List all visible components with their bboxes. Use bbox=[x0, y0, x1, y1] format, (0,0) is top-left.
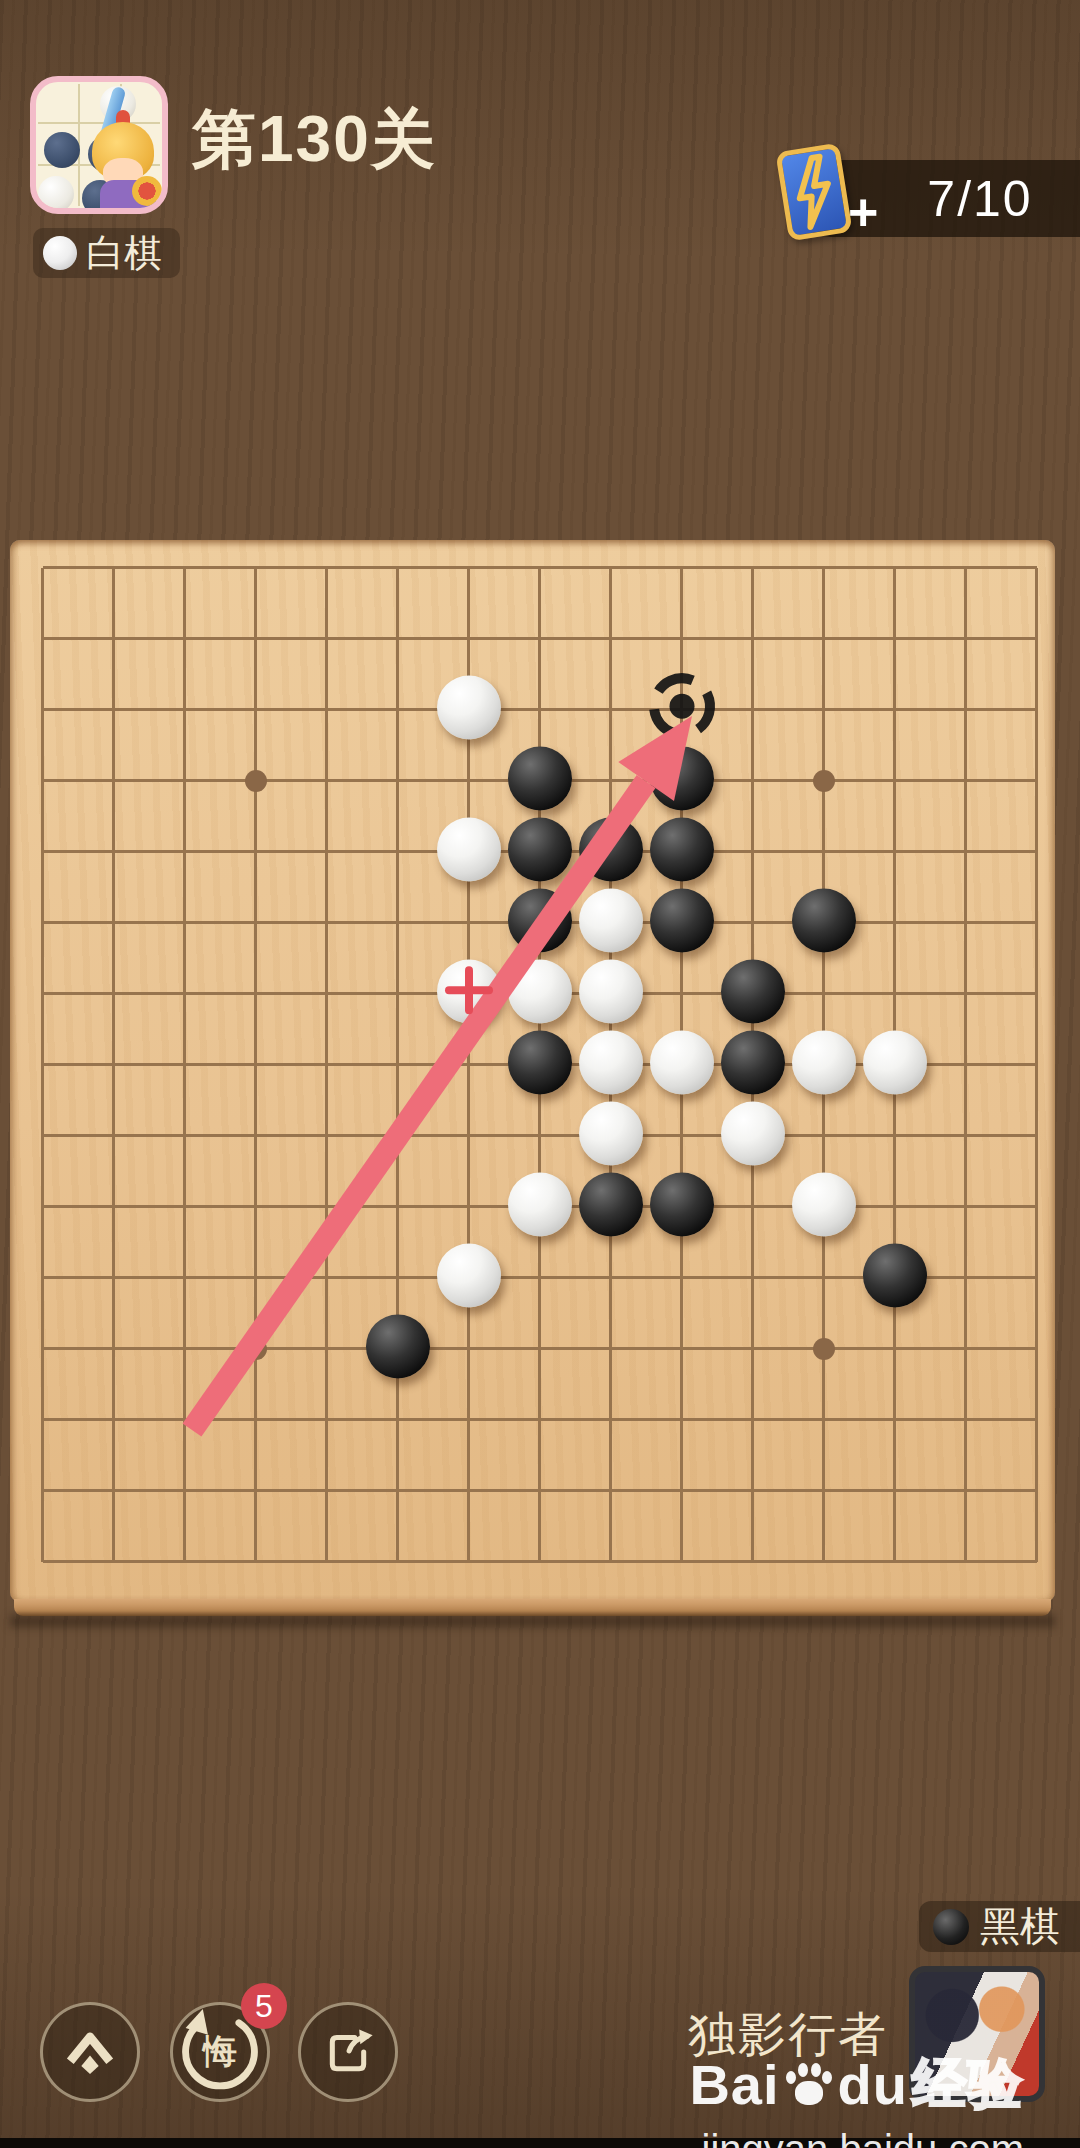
board-intersection[interactable] bbox=[220, 674, 291, 745]
board-intersection[interactable] bbox=[930, 1313, 1001, 1384]
star-point bbox=[813, 1338, 835, 1360]
board-intersection[interactable] bbox=[362, 1384, 433, 1455]
board-intersection[interactable] bbox=[575, 1171, 646, 1242]
board-intersection[interactable] bbox=[788, 958, 859, 1029]
board-intersection[interactable] bbox=[504, 1313, 575, 1384]
board-intersection[interactable] bbox=[362, 1455, 433, 1526]
board-intersection[interactable] bbox=[149, 1313, 220, 1384]
board-intersection[interactable] bbox=[220, 1242, 291, 1313]
board-intersection[interactable] bbox=[78, 1455, 149, 1526]
board-intersection[interactable] bbox=[646, 674, 717, 745]
board-intersection[interactable] bbox=[859, 958, 930, 1029]
board-intersection[interactable] bbox=[10, 1526, 78, 1597]
white-stone bbox=[579, 1030, 643, 1094]
board-intersection[interactable] bbox=[10, 1384, 78, 1455]
board-intersection[interactable] bbox=[788, 1313, 859, 1384]
board-intersection[interactable] bbox=[930, 603, 1001, 674]
board-intersection[interactable] bbox=[1001, 958, 1055, 1029]
board-intersection[interactable] bbox=[220, 887, 291, 958]
board-intersection[interactable] bbox=[362, 887, 433, 958]
energy-card-icon bbox=[775, 143, 852, 242]
board-intersection[interactable] bbox=[10, 887, 78, 958]
board-intersection[interactable] bbox=[575, 1526, 646, 1597]
board-intersection[interactable] bbox=[717, 887, 788, 958]
white-stone bbox=[508, 959, 572, 1023]
white-stone bbox=[792, 1172, 856, 1236]
board-intersection[interactable] bbox=[149, 1455, 220, 1526]
board-intersection[interactable] bbox=[646, 958, 717, 1029]
watermark-brand: Bai du 经验 bbox=[689, 2048, 1024, 2121]
board-intersection[interactable] bbox=[220, 540, 291, 603]
board-intersection[interactable] bbox=[646, 816, 717, 887]
board-intersection[interactable] bbox=[859, 816, 930, 887]
board-intersection[interactable] bbox=[362, 1313, 433, 1384]
white-stone bbox=[721, 1101, 785, 1165]
board-intersection[interactable] bbox=[788, 1455, 859, 1526]
board-intersection[interactable] bbox=[433, 1171, 504, 1242]
board-intersection[interactable] bbox=[220, 1384, 291, 1455]
board-intersection[interactable] bbox=[930, 816, 1001, 887]
black-stone bbox=[508, 888, 572, 952]
board-intersection[interactable] bbox=[1001, 674, 1055, 745]
board-intersection[interactable] bbox=[504, 887, 575, 958]
board-intersection[interactable] bbox=[859, 745, 930, 816]
black-stone bbox=[508, 817, 572, 881]
board-intersection[interactable] bbox=[149, 1029, 220, 1100]
board-intersection[interactable] bbox=[10, 540, 78, 603]
board-intersection[interactable] bbox=[10, 1242, 78, 1313]
board-intersection[interactable] bbox=[930, 958, 1001, 1029]
board-intersection[interactable] bbox=[717, 816, 788, 887]
board-intersection[interactable] bbox=[859, 603, 930, 674]
board-intersection[interactable] bbox=[717, 540, 788, 603]
board-intersection[interactable] bbox=[433, 1313, 504, 1384]
board-intersection[interactable] bbox=[859, 1029, 930, 1100]
white-stone bbox=[863, 1030, 927, 1094]
board-shadow bbox=[10, 1615, 1055, 1627]
white-stone bbox=[579, 1101, 643, 1165]
board-intersection[interactable] bbox=[291, 540, 362, 603]
board-intersection[interactable] bbox=[575, 603, 646, 674]
board-intersection[interactable] bbox=[717, 674, 788, 745]
board-intersection[interactable] bbox=[859, 674, 930, 745]
board-intersection[interactable] bbox=[10, 1455, 78, 1526]
board-intersection[interactable] bbox=[433, 540, 504, 603]
watermark: Bai du 经验 jingyan.baidu.com bbox=[689, 2048, 1024, 2148]
board-intersection[interactable] bbox=[575, 1384, 646, 1455]
logo-white-stone bbox=[42, 212, 78, 214]
board-intersection[interactable] bbox=[291, 1526, 362, 1597]
board-intersection[interactable] bbox=[930, 1100, 1001, 1171]
white-stone bbox=[579, 888, 643, 952]
board-intersection[interactable] bbox=[504, 1526, 575, 1597]
player-side-badge: 白棋 bbox=[33, 228, 180, 278]
board-intersection[interactable] bbox=[717, 958, 788, 1029]
board-intersection[interactable] bbox=[1001, 1455, 1055, 1526]
board-intersection[interactable] bbox=[10, 958, 78, 1029]
board-intersection[interactable] bbox=[859, 1384, 930, 1455]
board-intersection[interactable] bbox=[149, 745, 220, 816]
board-intersection[interactable] bbox=[1001, 603, 1055, 674]
white-stone bbox=[579, 959, 643, 1023]
star-point bbox=[245, 770, 267, 792]
board-intersection[interactable] bbox=[362, 745, 433, 816]
board-intersection[interactable] bbox=[575, 1313, 646, 1384]
white-stone bbox=[792, 1030, 856, 1094]
white-stone bbox=[437, 817, 501, 881]
board-intersection[interactable] bbox=[149, 674, 220, 745]
white-stone bbox=[508, 1172, 572, 1236]
board-intersection[interactable] bbox=[717, 1171, 788, 1242]
board-intersection[interactable] bbox=[433, 958, 504, 1029]
board-intersection[interactable] bbox=[78, 1242, 149, 1313]
app-logo bbox=[30, 76, 168, 214]
board-intersection[interactable] bbox=[149, 1100, 220, 1171]
black-stone bbox=[579, 1172, 643, 1236]
white-stone-icon bbox=[43, 236, 77, 270]
board-intersection[interactable] bbox=[788, 1100, 859, 1171]
board-intersection[interactable] bbox=[930, 1455, 1001, 1526]
board-intersection[interactable] bbox=[504, 540, 575, 603]
board-intersection[interactable] bbox=[788, 674, 859, 745]
board-intersection[interactable] bbox=[291, 887, 362, 958]
board-intersection[interactable] bbox=[504, 1455, 575, 1526]
board-intersection[interactable] bbox=[220, 1313, 291, 1384]
board-intersection[interactable] bbox=[930, 1242, 1001, 1313]
board-intersection[interactable] bbox=[433, 1526, 504, 1597]
board-intersection[interactable] bbox=[504, 1384, 575, 1455]
board-intersection[interactable] bbox=[504, 1100, 575, 1171]
star-point bbox=[245, 1338, 267, 1360]
board-intersection[interactable] bbox=[291, 1455, 362, 1526]
logo-black-stone bbox=[44, 132, 80, 168]
black-stone bbox=[650, 1172, 714, 1236]
board-intersection[interactable] bbox=[859, 1526, 930, 1597]
black-stone bbox=[650, 817, 714, 881]
board-intersection[interactable] bbox=[362, 1171, 433, 1242]
baidu-paw-icon bbox=[786, 2063, 832, 2107]
board-intersection[interactable] bbox=[220, 1100, 291, 1171]
board-intersection[interactable] bbox=[717, 745, 788, 816]
board-intersection[interactable] bbox=[788, 1029, 859, 1100]
target-move-marker[interactable] bbox=[640, 664, 724, 752]
raise-panel-button[interactable] bbox=[40, 2002, 140, 2102]
energy-plus-icon: + bbox=[848, 182, 878, 242]
board-intersection[interactable] bbox=[433, 887, 504, 958]
board-intersection[interactable] bbox=[575, 816, 646, 887]
board-intersection[interactable] bbox=[78, 1100, 149, 1171]
board-intersection[interactable] bbox=[291, 674, 362, 745]
board-intersection[interactable] bbox=[1001, 1313, 1055, 1384]
board-intersection[interactable] bbox=[646, 1455, 717, 1526]
board-intersection[interactable] bbox=[930, 887, 1001, 958]
board-intersection[interactable] bbox=[433, 603, 504, 674]
board-intersection[interactable] bbox=[220, 603, 291, 674]
board-intersection[interactable] bbox=[78, 674, 149, 745]
white-stone bbox=[437, 1243, 501, 1307]
board-intersection[interactable] bbox=[220, 816, 291, 887]
board-intersection[interactable] bbox=[859, 540, 930, 603]
side-label: 白棋 bbox=[86, 228, 162, 279]
share-button[interactable] bbox=[298, 2002, 398, 2102]
gomoku-board[interactable] bbox=[10, 540, 1055, 1602]
black-stone bbox=[792, 888, 856, 952]
board-intersection[interactable] bbox=[575, 540, 646, 603]
board-intersection[interactable] bbox=[575, 1455, 646, 1526]
board-intersection[interactable] bbox=[717, 1526, 788, 1597]
board-intersection[interactable] bbox=[149, 1384, 220, 1455]
board-intersection[interactable] bbox=[78, 1171, 149, 1242]
white-stone bbox=[650, 1030, 714, 1094]
board-intersection[interactable] bbox=[291, 958, 362, 1029]
board-intersection[interactable] bbox=[10, 816, 78, 887]
board-intersection[interactable] bbox=[575, 1242, 646, 1313]
board-intersection[interactable] bbox=[504, 1242, 575, 1313]
board-intersection[interactable] bbox=[10, 745, 78, 816]
undo-count-badge: 5 bbox=[241, 1983, 287, 2029]
board-intersection[interactable] bbox=[291, 745, 362, 816]
board-intersection[interactable] bbox=[788, 816, 859, 887]
board-intersection[interactable] bbox=[930, 674, 1001, 745]
board-intersection[interactable] bbox=[717, 1100, 788, 1171]
board-intersection[interactable] bbox=[78, 1029, 149, 1100]
board-intersection[interactable] bbox=[859, 887, 930, 958]
board-intersection[interactable] bbox=[149, 887, 220, 958]
board-intersection[interactable] bbox=[646, 1100, 717, 1171]
lightning-bolt-icon bbox=[794, 156, 834, 228]
board-intersection[interactable] bbox=[575, 1100, 646, 1171]
board-intersection[interactable] bbox=[433, 1100, 504, 1171]
board-intersection[interactable] bbox=[78, 958, 149, 1029]
board-intersection[interactable] bbox=[220, 1455, 291, 1526]
board-intersection[interactable] bbox=[291, 1313, 362, 1384]
board-intersection[interactable] bbox=[291, 1171, 362, 1242]
board-intersection[interactable] bbox=[433, 674, 504, 745]
board-intersection[interactable] bbox=[220, 958, 291, 1029]
board-intersection[interactable] bbox=[646, 1242, 717, 1313]
board-intersection[interactable] bbox=[1001, 1171, 1055, 1242]
watermark-url: jingyan.baidu.com bbox=[689, 2127, 1024, 2148]
board-intersection[interactable] bbox=[362, 1242, 433, 1313]
board-intersection[interactable] bbox=[504, 745, 575, 816]
board-intersection[interactable] bbox=[504, 1029, 575, 1100]
board-intersection[interactable] bbox=[149, 958, 220, 1029]
black-stone bbox=[721, 1030, 785, 1094]
board-intersection[interactable] bbox=[78, 1384, 149, 1455]
board-intersection[interactable] bbox=[646, 1029, 717, 1100]
board-intersection[interactable] bbox=[220, 1526, 291, 1597]
game-screen: 第130关 白棋 + 7/10 黑棋 独影行者 Bai du 经验 bbox=[0, 0, 1080, 2148]
black-stone bbox=[650, 888, 714, 952]
board-intersection[interactable] bbox=[717, 1313, 788, 1384]
board-intersection[interactable] bbox=[575, 958, 646, 1029]
opponent-side-badge: 黑棋 bbox=[919, 1901, 1080, 1952]
board-intersection[interactable] bbox=[575, 745, 646, 816]
board-intersection[interactable] bbox=[859, 1313, 930, 1384]
energy-badge[interactable]: + 7/10 bbox=[792, 160, 1080, 237]
board-intersection[interactable] bbox=[859, 1171, 930, 1242]
board-intersection[interactable] bbox=[646, 1313, 717, 1384]
board-intersection[interactable] bbox=[788, 1171, 859, 1242]
board-intersection[interactable] bbox=[504, 816, 575, 887]
board-intersection[interactable] bbox=[433, 816, 504, 887]
board-intersection[interactable] bbox=[78, 603, 149, 674]
board-intersection[interactable] bbox=[362, 674, 433, 745]
board-intersection[interactable] bbox=[149, 1526, 220, 1597]
board-intersection[interactable] bbox=[433, 1384, 504, 1455]
black-stone bbox=[721, 959, 785, 1023]
board-intersection[interactable] bbox=[930, 540, 1001, 603]
board-intersection[interactable] bbox=[362, 1029, 433, 1100]
board-intersection[interactable] bbox=[10, 1100, 78, 1171]
board-intersection[interactable] bbox=[575, 674, 646, 745]
board-intersection[interactable] bbox=[646, 1526, 717, 1597]
board-intersection[interactable] bbox=[149, 1242, 220, 1313]
board-intersection[interactable] bbox=[717, 1455, 788, 1526]
board-intersection[interactable] bbox=[149, 816, 220, 887]
board-intersection[interactable] bbox=[10, 1029, 78, 1100]
black-stone bbox=[508, 1030, 572, 1094]
board-intersection[interactable] bbox=[78, 540, 149, 603]
board-intersection[interactable] bbox=[1001, 1526, 1055, 1597]
board-intersection[interactable] bbox=[291, 1384, 362, 1455]
brand-suffix: du bbox=[838, 2052, 908, 2117]
board-intersection[interactable] bbox=[1001, 816, 1055, 887]
board-intersection[interactable] bbox=[717, 603, 788, 674]
board-intersection[interactable] bbox=[433, 745, 504, 816]
logo-white-stone bbox=[38, 176, 74, 212]
board-intersection[interactable] bbox=[291, 816, 362, 887]
board-intersection[interactable] bbox=[1001, 1100, 1055, 1171]
white-stone bbox=[437, 675, 501, 739]
board-intersection[interactable] bbox=[149, 1171, 220, 1242]
board-intersection[interactable] bbox=[646, 540, 717, 603]
board-intersection[interactable] bbox=[646, 1384, 717, 1455]
board-intersection[interactable] bbox=[859, 1455, 930, 1526]
black-stone bbox=[650, 746, 714, 810]
board-intersection[interactable] bbox=[291, 1100, 362, 1171]
board-intersection[interactable] bbox=[433, 1455, 504, 1526]
brand-cn: 经验 bbox=[912, 2048, 1024, 2121]
board-intersection[interactable] bbox=[717, 1384, 788, 1455]
energy-count: 7/10 bbox=[900, 160, 1060, 237]
board-intersection[interactable] bbox=[575, 887, 646, 958]
black-stone-icon bbox=[933, 1909, 969, 1945]
board-intersection[interactable] bbox=[504, 674, 575, 745]
board-intersection[interactable] bbox=[78, 1313, 149, 1384]
logo-warrior-shield bbox=[132, 176, 162, 206]
black-stone bbox=[366, 1314, 430, 1378]
board-intersection[interactable] bbox=[788, 1526, 859, 1597]
board-intersection[interactable] bbox=[1001, 540, 1055, 603]
board-intersection[interactable] bbox=[10, 674, 78, 745]
board-intersection[interactable] bbox=[1001, 1384, 1055, 1455]
board-intersection[interactable] bbox=[78, 745, 149, 816]
board-intersection[interactable] bbox=[1001, 745, 1055, 816]
board-intersection[interactable] bbox=[149, 603, 220, 674]
board-intersection[interactable] bbox=[930, 745, 1001, 816]
black-stone bbox=[579, 817, 643, 881]
board-intersection[interactable] bbox=[291, 1242, 362, 1313]
board-intersection[interactable] bbox=[362, 958, 433, 1029]
board-intersection[interactable] bbox=[646, 1171, 717, 1242]
board-intersection[interactable] bbox=[220, 1171, 291, 1242]
board-intersection[interactable] bbox=[10, 1171, 78, 1242]
board-intersection[interactable] bbox=[220, 745, 291, 816]
brand-prefix: Bai bbox=[689, 2052, 779, 2117]
board-intersection[interactable] bbox=[646, 887, 717, 958]
board-intersection[interactable] bbox=[362, 1526, 433, 1597]
board-intersection[interactable] bbox=[78, 1526, 149, 1597]
black-stone bbox=[508, 746, 572, 810]
board-intersection[interactable] bbox=[717, 1242, 788, 1313]
board-intersection[interactable] bbox=[433, 1242, 504, 1313]
board-intersection[interactable] bbox=[859, 1242, 930, 1313]
board-intersection[interactable] bbox=[504, 603, 575, 674]
board-intersection[interactable] bbox=[1001, 887, 1055, 958]
chevron-up-diamond bbox=[81, 2055, 98, 2074]
board-intersection[interactable] bbox=[78, 816, 149, 887]
undo-label: 悔 bbox=[203, 2029, 237, 2075]
board-intersection[interactable] bbox=[930, 1029, 1001, 1100]
board-intersection[interactable] bbox=[788, 603, 859, 674]
board-intersection[interactable] bbox=[788, 1384, 859, 1455]
board-intersection[interactable] bbox=[220, 1029, 291, 1100]
star-point bbox=[813, 770, 835, 792]
board-intersection[interactable] bbox=[930, 1171, 1001, 1242]
board-intersection[interactable] bbox=[1001, 1029, 1055, 1100]
board-intersection[interactable] bbox=[1001, 1242, 1055, 1313]
board-intersection[interactable] bbox=[10, 603, 78, 674]
board-intersection[interactable] bbox=[362, 540, 433, 603]
board-intersection[interactable] bbox=[788, 745, 859, 816]
board-intersection[interactable] bbox=[362, 1100, 433, 1171]
board-intersection[interactable] bbox=[504, 958, 575, 1029]
share-arrowhead bbox=[359, 2030, 372, 2045]
board-intersection[interactable] bbox=[930, 1384, 1001, 1455]
board-intersection[interactable] bbox=[788, 540, 859, 603]
board-intersection[interactable] bbox=[788, 887, 859, 958]
board-intersection[interactable] bbox=[504, 1171, 575, 1242]
board-front-edge bbox=[14, 1599, 1051, 1616]
board-intersection[interactable] bbox=[291, 603, 362, 674]
board-intersection[interactable] bbox=[362, 816, 433, 887]
opponent-label: 黑棋 bbox=[980, 1899, 1060, 1954]
board-intersection[interactable] bbox=[788, 1242, 859, 1313]
board-intersection[interactable] bbox=[646, 745, 717, 816]
hint-crosshair bbox=[445, 966, 493, 1014]
board-intersection[interactable] bbox=[859, 1100, 930, 1171]
board-intersection[interactable] bbox=[717, 1029, 788, 1100]
board-intersection[interactable] bbox=[149, 540, 220, 603]
board-intersection[interactable] bbox=[433, 1029, 504, 1100]
board-intersection[interactable] bbox=[78, 887, 149, 958]
board-intersection[interactable] bbox=[930, 1526, 1001, 1597]
black-stone bbox=[863, 1243, 927, 1307]
board-intersection[interactable] bbox=[10, 1313, 78, 1384]
board-grid bbox=[10, 540, 1055, 1597]
board-intersection[interactable] bbox=[362, 603, 433, 674]
level-title: 第130关 bbox=[192, 96, 437, 183]
board-intersection[interactable] bbox=[291, 1029, 362, 1100]
board-intersection[interactable] bbox=[575, 1029, 646, 1100]
